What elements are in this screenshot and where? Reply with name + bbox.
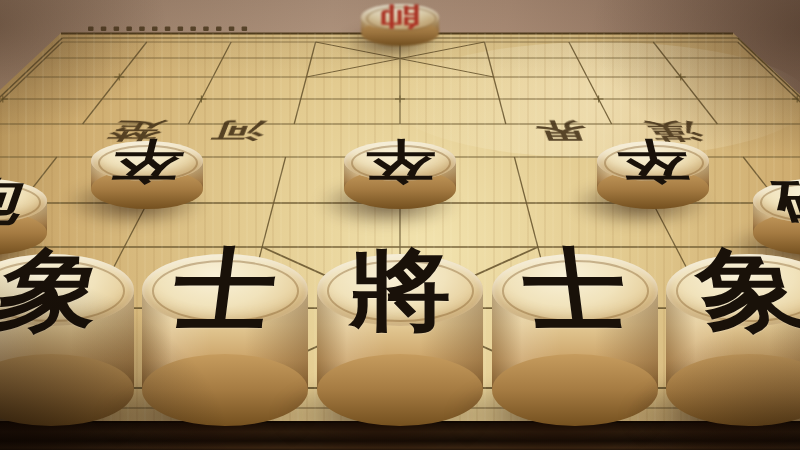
photo-scene: 楚河界漢 帥卒卒卒砲砲象士將士象: [0, 0, 800, 450]
piece-character: 將: [349, 245, 451, 335]
piece-character: 卒: [106, 138, 187, 184]
piece-top-face: 卒: [91, 141, 203, 181]
piece-top-face: 將: [317, 254, 483, 326]
piece-black-elephant[interactable]: 象: [666, 254, 800, 426]
piece-black-soldier[interactable]: 卒: [597, 141, 709, 209]
pieces-layer: 帥卒卒卒砲砲象士將士象: [0, 0, 800, 450]
piece-character: 士: [518, 245, 631, 335]
piece-top-face: 士: [492, 254, 658, 326]
piece-top-face: 帥: [361, 4, 439, 30]
piece-top-face: 卒: [597, 141, 709, 181]
piece-black-soldier[interactable]: 卒: [91, 141, 203, 209]
piece-character: 帥: [379, 4, 421, 30]
piece-top-face: 士: [142, 254, 308, 326]
piece-red-general[interactable]: 帥: [361, 4, 439, 46]
piece-character: 卒: [612, 138, 693, 184]
piece-black-soldier[interactable]: 卒: [344, 141, 456, 209]
piece-character: 士: [168, 245, 281, 335]
piece-character: 卒: [365, 138, 435, 184]
piece-top-face: 卒: [344, 141, 456, 181]
